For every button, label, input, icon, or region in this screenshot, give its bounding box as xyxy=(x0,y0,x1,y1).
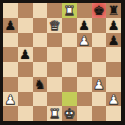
black-pawn[interactable]: ♟ xyxy=(77,18,92,33)
square-g5[interactable] xyxy=(92,47,107,62)
square-c8[interactable] xyxy=(33,3,48,18)
white-pawn[interactable]: ♟ xyxy=(106,92,121,107)
chess-board-frame: ♜♚♜♟♛♟♟♟♟♟♞♟♟♟♜♚ xyxy=(0,0,125,125)
square-e2[interactable] xyxy=(62,92,77,107)
square-e6[interactable] xyxy=(62,33,77,48)
square-h1[interactable] xyxy=(106,106,121,121)
square-g7[interactable] xyxy=(92,18,107,33)
square-d2[interactable] xyxy=(47,92,62,107)
square-d7[interactable]: ♛ xyxy=(47,18,62,33)
square-g4[interactable] xyxy=(92,62,107,77)
square-a7[interactable]: ♟ xyxy=(3,18,18,33)
square-a4[interactable] xyxy=(3,62,18,77)
square-b1[interactable] xyxy=(18,106,33,121)
black-king[interactable]: ♚ xyxy=(92,3,107,18)
square-h4[interactable] xyxy=(106,62,121,77)
square-d1[interactable]: ♜ xyxy=(47,106,62,121)
square-a1[interactable] xyxy=(3,106,18,121)
white-queen[interactable]: ♛ xyxy=(47,18,62,33)
square-d6[interactable] xyxy=(47,33,62,48)
white-pawn[interactable]: ♟ xyxy=(77,33,92,48)
square-d8[interactable] xyxy=(47,3,62,18)
square-d3[interactable] xyxy=(47,77,62,92)
square-f1[interactable] xyxy=(77,106,92,121)
square-f2[interactable] xyxy=(77,92,92,107)
square-a2[interactable]: ♟ xyxy=(3,92,18,107)
black-pawn[interactable]: ♟ xyxy=(106,33,121,48)
square-g6[interactable] xyxy=(92,33,107,48)
square-c1[interactable] xyxy=(33,106,48,121)
white-rook[interactable]: ♜ xyxy=(47,106,62,121)
square-d5[interactable] xyxy=(47,47,62,62)
square-f3[interactable] xyxy=(77,77,92,92)
square-b4[interactable] xyxy=(18,62,33,77)
square-c5[interactable] xyxy=(33,47,48,62)
square-e3[interactable] xyxy=(62,77,77,92)
square-a8[interactable] xyxy=(3,3,18,18)
square-f6[interactable]: ♟ xyxy=(77,33,92,48)
square-b2[interactable] xyxy=(18,92,33,107)
square-g3[interactable]: ♟ xyxy=(92,77,107,92)
square-b5[interactable]: ♟ xyxy=(18,47,33,62)
square-h5[interactable] xyxy=(106,47,121,62)
square-e7[interactable] xyxy=(62,18,77,33)
black-knight[interactable]: ♞ xyxy=(33,77,48,92)
square-b3[interactable] xyxy=(18,77,33,92)
square-b6[interactable] xyxy=(18,33,33,48)
square-h3[interactable] xyxy=(106,77,121,92)
square-a5[interactable] xyxy=(3,47,18,62)
white-pawn[interactable]: ♟ xyxy=(3,92,18,107)
square-c4[interactable] xyxy=(33,62,48,77)
black-rook[interactable]: ♜ xyxy=(106,3,121,18)
square-b7[interactable] xyxy=(18,18,33,33)
square-e8[interactable]: ♜ xyxy=(62,3,77,18)
square-c6[interactable] xyxy=(33,33,48,48)
square-a6[interactable] xyxy=(3,33,18,48)
black-pawn[interactable]: ♟ xyxy=(106,18,121,33)
square-h2[interactable]: ♟ xyxy=(106,92,121,107)
white-king[interactable]: ♚ xyxy=(62,106,77,121)
square-c2[interactable] xyxy=(33,92,48,107)
chess-board: ♜♚♜♟♛♟♟♟♟♟♞♟♟♟♜♚ xyxy=(3,3,121,121)
square-c3[interactable]: ♞ xyxy=(33,77,48,92)
square-g2[interactable] xyxy=(92,92,107,107)
square-c7[interactable] xyxy=(33,18,48,33)
square-g8[interactable]: ♚ xyxy=(92,3,107,18)
black-pawn[interactable]: ♟ xyxy=(3,18,18,33)
square-h7[interactable]: ♟ xyxy=(106,18,121,33)
white-rook[interactable]: ♜ xyxy=(62,3,77,18)
square-f7[interactable]: ♟ xyxy=(77,18,92,33)
white-pawn[interactable]: ♟ xyxy=(92,77,107,92)
square-g1[interactable] xyxy=(92,106,107,121)
black-pawn[interactable]: ♟ xyxy=(18,47,33,62)
square-h6[interactable]: ♟ xyxy=(106,33,121,48)
square-e4[interactable] xyxy=(62,62,77,77)
square-d4[interactable] xyxy=(47,62,62,77)
square-f4[interactable] xyxy=(77,62,92,77)
square-a3[interactable] xyxy=(3,77,18,92)
square-f8[interactable] xyxy=(77,3,92,18)
square-e5[interactable] xyxy=(62,47,77,62)
square-e1[interactable]: ♚ xyxy=(62,106,77,121)
square-b8[interactable] xyxy=(18,3,33,18)
square-h8[interactable]: ♜ xyxy=(106,3,121,18)
square-f5[interactable] xyxy=(77,47,92,62)
